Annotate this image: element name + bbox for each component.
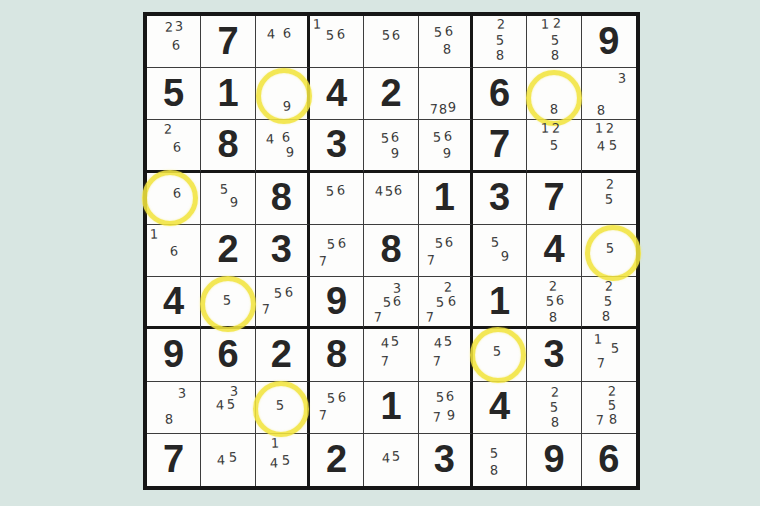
pencil-mark: 5 <box>444 334 453 347</box>
pencil-mark: 1 <box>271 437 280 450</box>
pencil-mark: 5 <box>391 334 400 347</box>
cell-r1c2[interactable]: 7 <box>201 16 255 68</box>
given-digit: 8 <box>380 231 401 269</box>
cell-r3c9[interactable]: 1245 <box>582 120 636 172</box>
pencil-mark: 2 <box>607 385 616 398</box>
pencil-mark: 7 <box>374 310 383 323</box>
pencil-mark: 2 <box>549 280 558 293</box>
given-digit: 6 <box>598 440 619 478</box>
pencil-mark: 5 <box>276 398 285 411</box>
cell-r3c1[interactable]: 26 <box>147 120 201 172</box>
pencil-mark: 4 <box>434 336 443 349</box>
given-digit: 8 <box>217 125 238 163</box>
pencil-mark: 4 <box>375 184 384 197</box>
given-digit: 2 <box>380 74 401 112</box>
cell-r6c3[interactable]: 567 <box>256 277 310 329</box>
cell-r9c8[interactable]: 9 <box>527 434 581 486</box>
pencil-mark: 5 <box>607 398 616 411</box>
pencil-mark: 5 <box>392 449 401 462</box>
cell-r5c5[interactable]: 8 <box>364 225 418 277</box>
cell-r3c5[interactable]: 569 <box>364 120 418 172</box>
pencil-mark: 5 <box>380 132 389 145</box>
pencil-mark: 8 <box>165 412 174 425</box>
cell-r8c8[interactable]: 258 <box>527 382 581 434</box>
pencil-mark: 6 <box>169 244 178 257</box>
cell-r8c2[interactable]: 345 <box>201 382 255 434</box>
cell-r6c1[interactable]: 4 <box>147 277 201 329</box>
pencil-mark: 6 <box>393 295 402 308</box>
pencil-mark: 6 <box>392 28 401 41</box>
cell-r8c3[interactable]: 5 <box>256 382 310 434</box>
pencil-mark: 5 <box>326 184 335 197</box>
given-digit: 5 <box>163 74 184 112</box>
given-digit: 6 <box>489 74 510 112</box>
pencil-mark: 7 <box>319 255 328 268</box>
pencil-mark: 5 <box>326 28 335 41</box>
cell-r9c1[interactable]: 7 <box>147 434 201 486</box>
cell-r7c4[interactable]: 8 <box>310 329 364 381</box>
pencil-mark: 5 <box>611 341 620 354</box>
cell-r8c1[interactable]: 38 <box>147 382 201 434</box>
pencil-mark: 7 <box>319 409 328 422</box>
cell-r7c3[interactable]: 2 <box>256 329 310 381</box>
pencil-mark: 9 <box>501 249 510 262</box>
pencil-mark: 2 <box>604 280 613 293</box>
given-digit: 3 <box>326 125 347 163</box>
given-digit: 1 <box>217 74 238 112</box>
pencil-mark: 5 <box>551 33 560 46</box>
pencil-mark: 9 <box>285 145 294 158</box>
pencil-mark: 7 <box>596 356 605 369</box>
pencil-mark: 8 <box>609 412 618 425</box>
given-digit: 2 <box>217 231 238 269</box>
pencil-mark: 6 <box>338 391 347 404</box>
pencil-mark: 6 <box>171 38 180 51</box>
pencil-mark: 5 <box>382 296 391 309</box>
pencil-mark: 7 <box>380 354 389 367</box>
pencil-mark: 6 <box>394 183 403 196</box>
cell-r9c9[interactable]: 6 <box>582 434 636 486</box>
given-digit: 2 <box>326 440 347 478</box>
cell-r6c9[interactable]: 258 <box>582 277 636 329</box>
pencil-mark: 1 <box>594 332 603 345</box>
page-background: { "game": "sudoku", "position": ".7.....… <box>0 0 760 506</box>
pencil-mark: 8 <box>443 42 452 55</box>
pencil-mark: 9 <box>391 146 400 159</box>
cell-r3c2[interactable]: 8 <box>201 120 255 172</box>
pencil-mark: 5 <box>493 344 502 357</box>
pencil-mark: 9 <box>443 146 452 159</box>
pencil-mark: 6 <box>446 390 455 403</box>
pencil-mark: 5 <box>495 33 504 46</box>
given-digit: 1 <box>380 387 401 425</box>
cell-r8c5[interactable]: 1 <box>364 382 418 434</box>
pencil-mark: 2 <box>165 21 174 34</box>
cell-r8c4[interactable]: 567 <box>310 382 364 434</box>
cell-r9c2[interactable]: 45 <box>201 434 255 486</box>
cell-r6c8[interactable]: 2568 <box>527 277 581 329</box>
pencil-mark: 4 <box>266 133 275 146</box>
pencil-mark: 5 <box>609 138 618 151</box>
highlight-circle <box>142 170 198 226</box>
cell-r9c5[interactable]: 45 <box>364 434 418 486</box>
given-digit: 4 <box>543 231 564 269</box>
cell-r6c6[interactable]: 2567 <box>419 277 473 329</box>
pencil-mark: 6 <box>172 140 181 153</box>
pencil-mark: 2 <box>552 17 561 30</box>
pencil-mark: 8 <box>550 103 559 116</box>
pencil-mark: 5 <box>381 29 390 42</box>
cell-r7c7[interactable]: 5 <box>473 329 527 381</box>
cell-r3c3[interactable]: 469 <box>256 120 310 172</box>
cell-r2c5[interactable]: 2 <box>364 68 418 120</box>
cell-r2c4[interactable]: 4 <box>310 68 364 120</box>
cell-r9c6[interactable]: 3 <box>419 434 473 486</box>
cell-r4c5[interactable]: 456 <box>364 173 418 225</box>
given-digit: 1 <box>489 282 510 320</box>
pencil-mark: 8 <box>549 310 558 323</box>
given-digit: 4 <box>489 387 510 425</box>
cell-r1c7[interactable]: 258 <box>473 16 527 68</box>
pencil-mark: 2 <box>444 281 453 294</box>
cell-r6c7[interactable]: 1 <box>473 277 527 329</box>
pencil-mark: 5 <box>229 451 238 464</box>
given-digit: 8 <box>271 179 292 217</box>
cell-r8c9[interactable]: 2578 <box>582 382 636 434</box>
pencil-mark: 5 <box>219 182 228 195</box>
pencil-mark: 1 <box>541 122 550 135</box>
pencil-mark: 5 <box>327 392 336 405</box>
pencil-mark: 4 <box>216 453 225 466</box>
pencil-mark: 6 <box>556 293 565 306</box>
pencil-mark: 7 <box>432 410 441 423</box>
pencil-mark: 8 <box>495 48 504 61</box>
cell-r2c3[interactable]: 9 <box>256 68 310 120</box>
cell-r1c3[interactable]: 46 <box>256 16 310 68</box>
pencil-mark: 5 <box>435 237 444 250</box>
pencil-mark: 5 <box>384 184 393 197</box>
cell-r6c5[interactable]: 3567 <box>364 277 418 329</box>
pencil-mark: 5 <box>282 454 291 467</box>
cell-r2c7[interactable]: 6 <box>473 68 527 120</box>
given-digit: 3 <box>489 179 510 217</box>
cell-r1c9[interactable]: 9 <box>582 16 636 68</box>
cell-r4c1[interactable]: 6 <box>147 173 201 225</box>
cell-r4c9[interactable]: 25 <box>582 173 636 225</box>
pencil-mark: 5 <box>227 397 236 410</box>
pencil-mark: 5 <box>223 293 232 306</box>
cell-r7c6[interactable]: 457 <box>419 329 473 381</box>
pencil-mark: 2 <box>606 121 615 134</box>
cell-r3c7[interactable]: 7 <box>473 120 527 172</box>
given-digit: 7 <box>217 22 238 60</box>
pencil-mark: 6 <box>283 26 292 39</box>
cell-r5c2[interactable]: 2 <box>201 225 255 277</box>
pencil-mark: 5 <box>545 295 554 308</box>
pencil-mark: 9 <box>230 196 239 209</box>
pencil-mark: 8 <box>439 102 448 115</box>
pencil-mark: 5 <box>433 130 442 143</box>
pencil-mark: 5 <box>327 238 336 251</box>
sudoku-board: 2367461565656825812589519427896838268469… <box>143 12 640 490</box>
cell-r5c4[interactable]: 567 <box>310 225 364 277</box>
given-digit: 9 <box>543 440 564 478</box>
pencil-mark: 5 <box>274 287 283 300</box>
pencil-mark: 4 <box>267 28 276 41</box>
pencil-mark: 5 <box>490 446 499 459</box>
given-digit: 3 <box>543 335 564 373</box>
pencil-mark: 2 <box>551 385 560 398</box>
cell-r7c8[interactable]: 3 <box>527 329 581 381</box>
cell-r2c1[interactable]: 5 <box>147 68 201 120</box>
given-digit: 7 <box>489 125 510 163</box>
pencil-mark: 4 <box>216 398 225 411</box>
pencil-mark: 1 <box>595 122 604 135</box>
pencil-mark: 5 <box>550 138 559 151</box>
given-digit: 9 <box>163 335 184 373</box>
cell-r9c7[interactable]: 58 <box>473 434 527 486</box>
cell-r1c1[interactable]: 236 <box>147 16 201 68</box>
pencil-mark: 6 <box>337 28 346 41</box>
pencil-mark: 6 <box>284 286 293 299</box>
given-digit: 4 <box>163 282 184 320</box>
cell-r1c8[interactable]: 1258 <box>527 16 581 68</box>
given-digit: 8 <box>326 335 347 373</box>
pencil-mark: 7 <box>596 414 605 427</box>
pencil-mark: 8 <box>490 464 499 477</box>
cell-r1c6[interactable]: 568 <box>419 16 473 68</box>
cell-r5c1[interactable]: 16 <box>147 225 201 277</box>
cell-r5c6[interactable]: 567 <box>419 225 473 277</box>
cell-r6c4[interactable]: 9 <box>310 277 364 329</box>
pencil-mark: 1 <box>541 17 550 30</box>
given-digit: 2 <box>271 335 292 373</box>
pencil-mark: 6 <box>445 25 454 38</box>
pencil-mark: 6 <box>444 129 453 142</box>
cell-r4c8[interactable]: 7 <box>527 173 581 225</box>
cell-r9c4[interactable]: 2 <box>310 434 364 486</box>
cell-r3c6[interactable]: 569 <box>419 120 473 172</box>
pencil-mark: 8 <box>551 415 560 428</box>
pencil-mark: 5 <box>434 25 443 38</box>
highlight-circle <box>256 68 312 124</box>
pencil-mark: 5 <box>491 235 500 248</box>
cell-r5c7[interactable]: 59 <box>473 225 527 277</box>
cell-r8c6[interactable]: 5679 <box>419 382 473 434</box>
cell-r7c9[interactable]: 157 <box>582 329 636 381</box>
pencil-mark: 6 <box>282 131 291 144</box>
cell-r4c4[interactable]: 56 <box>310 173 364 225</box>
highlight-circle <box>526 70 582 126</box>
cell-r4c2[interactable]: 59 <box>201 173 255 225</box>
given-digit: 4 <box>326 74 347 112</box>
cell-r4c3[interactable]: 8 <box>256 173 310 225</box>
pencil-mark: 4 <box>381 451 390 464</box>
pencil-mark: 6 <box>448 295 457 308</box>
cell-r1c4[interactable]: 156 <box>310 16 364 68</box>
pencil-mark: 6 <box>391 130 400 143</box>
cell-r5c3[interactable]: 3 <box>256 225 310 277</box>
pencil-mark: 2 <box>606 177 615 190</box>
pencil-mark: 7 <box>430 103 439 116</box>
pencil-mark: 3 <box>177 387 186 400</box>
cell-r2c2[interactable]: 1 <box>201 68 255 120</box>
cell-r6c2[interactable]: 5 <box>201 277 255 329</box>
cell-r3c8[interactable]: 125 <box>527 120 581 172</box>
cell-r2c8[interactable]: 8 <box>527 68 581 120</box>
cell-r9c3[interactable]: 145 <box>256 434 310 486</box>
cell-r1c5[interactable]: 56 <box>364 16 418 68</box>
pencil-mark: 9 <box>448 101 457 114</box>
cell-r2c6[interactable]: 789 <box>419 68 473 120</box>
pencil-mark: 8 <box>551 49 560 62</box>
pencil-mark: 2 <box>552 121 561 134</box>
given-digit: 9 <box>326 282 347 320</box>
pencil-mark: 7 <box>432 354 441 367</box>
pencil-mark: 5 <box>436 391 445 404</box>
pencil-mark: 7 <box>262 302 271 315</box>
cell-r8c7[interactable]: 4 <box>473 382 527 434</box>
pencil-mark: 6 <box>445 235 454 248</box>
pencil-mark: 7 <box>427 254 436 267</box>
pencil-mark: 4 <box>270 456 279 469</box>
pencil-mark: 6 <box>337 183 346 196</box>
pencil-mark: 1 <box>150 227 159 240</box>
given-digit: 9 <box>598 22 619 60</box>
pencil-mark: 2 <box>496 18 505 31</box>
cell-r7c5[interactable]: 457 <box>364 329 418 381</box>
pencil-mark: 4 <box>597 139 606 152</box>
cell-r5c9[interactable]: 5 <box>582 225 636 277</box>
pencil-mark: 5 <box>603 295 612 308</box>
pencil-mark: 4 <box>380 336 389 349</box>
cell-r7c2[interactable]: 6 <box>201 329 255 381</box>
pencil-mark: 8 <box>597 104 606 117</box>
pencil-mark: 6 <box>172 187 181 200</box>
pencil-mark: 3 <box>175 20 184 33</box>
cell-r5c8[interactable]: 4 <box>527 225 581 277</box>
given-digit: 7 <box>163 440 184 478</box>
pencil-mark: 1 <box>313 17 322 30</box>
pencil-mark: 5 <box>606 242 615 255</box>
pencil-mark: 9 <box>447 409 456 422</box>
cell-r3c4[interactable]: 3 <box>310 120 364 172</box>
pencil-mark: 2 <box>164 123 173 136</box>
pencil-mark: 8 <box>602 309 611 322</box>
given-digit: 3 <box>434 440 455 478</box>
cell-r4c7[interactable]: 3 <box>473 173 527 225</box>
pencil-mark: 7 <box>426 310 435 323</box>
pencil-mark: 5 <box>436 296 445 309</box>
given-digit: 1 <box>434 179 455 217</box>
given-digit: 3 <box>271 231 292 269</box>
pencil-mark: 3 <box>617 72 626 85</box>
cell-r7c1[interactable]: 9 <box>147 329 201 381</box>
cell-r4c6[interactable]: 1 <box>419 173 473 225</box>
cell-r2c9[interactable]: 38 <box>582 68 636 120</box>
given-digit: 6 <box>217 335 238 373</box>
pencil-mark: 5 <box>550 400 559 413</box>
given-digit: 7 <box>543 179 564 217</box>
pencil-mark: 6 <box>338 236 347 249</box>
pencil-mark: 5 <box>604 193 613 206</box>
pencil-mark: 9 <box>283 99 292 112</box>
